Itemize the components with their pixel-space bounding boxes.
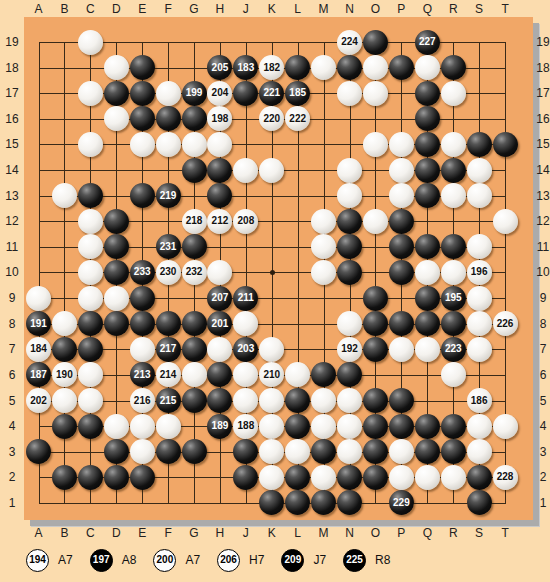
move-number-label: 229 [393,498,410,508]
white-stone-Q7[interactable] [415,337,440,362]
white-stone-P2[interactable] [389,465,414,490]
white-stone-K4[interactable] [259,414,284,439]
move-number-label: 182 [263,63,280,73]
black-stone-L1[interactable] [285,490,310,515]
white-stone-E7[interactable] [130,337,155,362]
black-stone-H9[interactable]: 207 [207,286,232,311]
column-label-bottom-D: D [112,526,121,540]
move-number-label: 219 [160,191,177,201]
black-stone-J7[interactable]: 203 [233,337,258,362]
white-stone-H10[interactable] [207,260,232,285]
column-label-top-B: B [60,2,68,16]
white-stone-N13[interactable] [337,183,362,208]
move-number-label: 188 [238,421,255,431]
black-stone-D3[interactable] [104,439,129,464]
white-stone-D9[interactable] [104,286,129,311]
white-stone-J14[interactable] [233,158,258,183]
white-stone-C19[interactable] [78,30,103,55]
white-stone-S13[interactable] [467,183,492,208]
white-stone-N17[interactable] [337,81,362,106]
white-stone-P14[interactable] [389,158,414,183]
row-label-right-9: 9 [540,291,547,305]
white-stone-G12[interactable]: 218 [182,209,207,234]
black-stone-Q4[interactable] [415,414,440,439]
black-stone-N10[interactable] [337,260,362,285]
black-stone-Q16[interactable] [415,106,440,131]
white-stone-C11[interactable] [78,234,103,259]
black-stone-P10[interactable] [389,260,414,285]
move-number-label: 226 [497,319,514,329]
white-stone-H16[interactable]: 198 [207,106,232,131]
white-stone-S14[interactable] [467,158,492,183]
white-stone-P13[interactable] [389,183,414,208]
white-stone-K2[interactable] [259,465,284,490]
move-number-label: 195 [445,293,462,303]
black-stone-H5[interactable] [207,388,232,413]
row-label-right-10: 10 [536,265,549,279]
white-stone-K7[interactable] [259,337,284,362]
white-stone-C5[interactable] [78,388,103,413]
black-stone-R9[interactable]: 195 [441,286,466,311]
black-stone-P5[interactable] [389,388,414,413]
black-stone-L4[interactable] [285,414,310,439]
column-label-bottom-G: G [189,526,198,540]
black-stone-D17[interactable] [104,81,129,106]
black-stone-C7[interactable] [78,337,103,362]
row-label-right-16: 16 [536,112,549,126]
white-stone-T8[interactable]: 226 [493,311,518,336]
row-label-right-11: 11 [537,240,549,254]
white-stone-H12[interactable]: 212 [207,209,232,234]
white-stone-N3[interactable] [337,439,362,464]
row-label-left-14: 14 [5,163,18,177]
white-stone-E4[interactable] [130,414,155,439]
move-number-label: 213 [134,370,151,380]
row-label-left-2: 2 [9,470,16,484]
white-stone-N4[interactable] [337,414,362,439]
white-stone-F6[interactable]: 214 [156,362,181,387]
black-stone-Q17[interactable] [415,81,440,106]
black-stone-F16[interactable] [156,106,181,131]
white-stone-Q18[interactable] [415,55,440,80]
column-label-top-K: K [268,2,276,16]
black-stone-O19[interactable] [363,30,388,55]
white-stone-H15[interactable] [207,132,232,157]
white-stone-L16[interactable]: 222 [285,106,310,131]
white-stone-N14[interactable] [337,158,362,183]
black-stone-S15[interactable] [467,132,492,157]
white-stone-J5[interactable] [233,388,258,413]
white-stone-L3[interactable] [285,439,310,464]
caption-move-225-circle: 225 [343,549,366,572]
column-label-top-C: C [86,2,95,16]
black-stone-F7[interactable]: 217 [156,337,181,362]
black-stone-A3[interactable] [26,439,51,464]
white-stone-S3[interactable] [467,439,492,464]
move-number-label: 227 [419,37,436,47]
row-label-left-17: 17 [5,86,18,100]
column-label-bottom-A: A [34,526,42,540]
black-stone-N18[interactable] [337,55,362,80]
white-stone-L6[interactable] [285,362,310,387]
row-label-right-13: 13 [536,189,549,203]
black-stone-O9[interactable] [363,286,388,311]
black-stone-R11[interactable] [441,234,466,259]
black-stone-O5[interactable] [363,388,388,413]
black-stone-H6[interactable] [207,362,232,387]
black-stone-F13[interactable]: 219 [156,183,181,208]
black-stone-J2[interactable] [233,465,258,490]
row-label-right-7: 7 [540,342,547,356]
black-stone-N12[interactable] [337,209,362,234]
white-stone-B5[interactable] [52,388,77,413]
black-stone-J9[interactable]: 211 [233,286,258,311]
move-number-label: 183 [238,63,255,73]
column-label-bottom-E: E [138,526,146,540]
white-stone-J12[interactable]: 208 [233,209,258,234]
black-stone-L2[interactable] [285,465,310,490]
black-stone-D10[interactable] [104,260,129,285]
row-label-right-14: 14 [536,163,549,177]
black-stone-B4[interactable] [52,414,77,439]
white-stone-C15[interactable] [78,132,103,157]
black-stone-Q13[interactable] [415,183,440,208]
black-stone-R7[interactable]: 223 [441,337,466,362]
black-stone-L5[interactable] [285,388,310,413]
white-stone-M11[interactable] [311,234,336,259]
black-stone-M6[interactable] [311,362,336,387]
black-stone-G8[interactable] [182,311,207,336]
black-stone-O2[interactable] [363,465,388,490]
white-stone-F15[interactable] [156,132,181,157]
white-stone-M10[interactable] [311,260,336,285]
black-stone-D11[interactable] [104,234,129,259]
white-stone-M4[interactable] [311,414,336,439]
white-stone-K18[interactable]: 182 [259,55,284,80]
black-stone-H8[interactable]: 201 [207,311,232,336]
black-stone-J17[interactable] [233,81,258,106]
white-stone-N7[interactable]: 192 [337,337,362,362]
black-stone-E2[interactable] [130,465,155,490]
white-stone-S7[interactable] [467,337,492,362]
move-number-label: 221 [263,88,280,98]
row-label-left-7: 7 [9,342,16,356]
black-stone-A6[interactable]: 187 [26,362,51,387]
black-stone-K17[interactable]: 221 [259,81,284,106]
white-stone-S8[interactable] [467,311,492,336]
black-stone-E6[interactable]: 213 [130,362,155,387]
black-stone-N1[interactable] [337,490,362,515]
caption-move-225-point: R8 [375,553,390,567]
move-number-label: 196 [471,267,488,277]
move-number-label: 208 [238,216,255,226]
black-stone-N11[interactable] [337,234,362,259]
black-stone-C4[interactable] [78,414,103,439]
move-number-label: 203 [238,344,255,354]
move-number-label: 186 [471,396,488,406]
black-stone-G16[interactable] [182,106,207,131]
black-stone-P11[interactable] [389,234,414,259]
row-label-right-19: 19 [536,35,549,49]
caption-move-209-point: J7 [313,553,326,567]
move-number-label: 220 [263,114,280,124]
white-stone-T2[interactable]: 228 [493,465,518,490]
column-label-bottom-R: R [449,526,458,540]
column-label-bottom-T: T [501,526,508,540]
white-stone-F17[interactable] [156,81,181,106]
move-number-label: 191 [30,319,47,329]
row-label-left-3: 3 [9,445,16,459]
black-stone-G17[interactable]: 199 [182,81,207,106]
black-stone-N6[interactable] [337,362,362,387]
white-stone-T4[interactable] [493,414,518,439]
white-stone-R13[interactable] [441,183,466,208]
black-stone-G11[interactable] [182,234,207,259]
black-stone-K1[interactable] [259,490,284,515]
black-stone-R8[interactable] [441,311,466,336]
black-stone-R3[interactable] [441,439,466,464]
white-stone-M5[interactable] [311,388,336,413]
white-stone-K16[interactable]: 220 [259,106,284,131]
white-stone-N5[interactable] [337,388,362,413]
column-label-top-N: N [345,2,354,16]
white-stone-H17[interactable]: 204 [207,81,232,106]
column-label-bottom-B: B [60,526,68,540]
black-stone-E16[interactable] [130,106,155,131]
white-stone-K6[interactable]: 210 [259,362,284,387]
black-stone-N2[interactable] [337,465,362,490]
white-stone-J8[interactable] [233,311,258,336]
move-number-label: 202 [30,396,47,406]
black-stone-F5[interactable]: 215 [156,388,181,413]
black-stone-L17[interactable]: 185 [285,81,310,106]
black-stone-Q19[interactable]: 227 [415,30,440,55]
white-stone-C9[interactable] [78,286,103,311]
move-number-label: 190 [56,370,73,380]
black-stone-E8[interactable] [130,311,155,336]
white-stone-G15[interactable] [182,132,207,157]
black-stone-S2[interactable] [467,465,492,490]
black-stone-G3[interactable] [182,439,207,464]
move-number-label: 214 [160,370,177,380]
white-stone-C17[interactable] [78,81,103,106]
white-stone-C6[interactable] [78,362,103,387]
column-label-top-H: H [216,2,225,16]
black-stone-Q8[interactable] [415,311,440,336]
white-stone-M18[interactable] [311,55,336,80]
white-stone-O15[interactable] [363,132,388,157]
white-stone-O18[interactable] [363,55,388,80]
white-stone-R10[interactable] [441,260,466,285]
black-stone-M3[interactable] [311,439,336,464]
white-stone-S11[interactable] [467,234,492,259]
black-stone-H18[interactable]: 205 [207,55,232,80]
black-stone-E9[interactable] [130,286,155,311]
black-stone-P12[interactable] [389,209,414,234]
black-stone-A8[interactable]: 191 [26,311,51,336]
white-stone-C12[interactable] [78,209,103,234]
row-label-right-2: 2 [540,470,547,484]
move-number-label: 210 [263,370,280,380]
black-stone-M1[interactable] [311,490,336,515]
white-stone-F4[interactable] [156,414,181,439]
caption-move-206-circle: 206 [217,549,240,572]
white-stone-R17[interactable] [441,81,466,106]
black-stone-H4[interactable]: 189 [207,414,232,439]
white-stone-N19[interactable]: 224 [337,30,362,55]
white-stone-K14[interactable] [259,158,284,183]
row-label-left-12: 12 [5,214,18,228]
white-stone-K5[interactable] [259,388,284,413]
black-stone-E18[interactable] [130,55,155,80]
white-stone-A5[interactable]: 202 [26,388,51,413]
black-stone-J18[interactable]: 183 [233,55,258,80]
black-stone-B2[interactable] [52,465,77,490]
row-label-left-19: 19 [5,35,18,49]
row-label-left-8: 8 [9,317,16,331]
white-stone-S5[interactable]: 186 [467,388,492,413]
black-stone-P18[interactable] [389,55,414,80]
black-stone-F11[interactable]: 231 [156,234,181,259]
white-stone-S9[interactable] [467,286,492,311]
column-label-bottom-M: M [319,526,329,540]
column-label-bottom-F: F [164,526,171,540]
black-stone-O8[interactable] [363,311,388,336]
column-label-bottom-S: S [475,526,483,540]
row-label-right-8: 8 [540,317,547,331]
black-stone-G5[interactable] [182,388,207,413]
black-stone-R4[interactable] [441,414,466,439]
black-stone-C13[interactable] [78,183,103,208]
black-stone-P1[interactable]: 229 [389,490,414,515]
white-stone-R15[interactable] [441,132,466,157]
white-stone-E5[interactable]: 216 [130,388,155,413]
black-stone-P4[interactable] [389,414,414,439]
white-stone-N8[interactable] [337,311,362,336]
column-label-top-A: A [34,2,42,16]
move-number-label: 198 [212,114,229,124]
move-number-label: 204 [212,88,229,98]
white-stone-T12[interactable] [493,209,518,234]
white-stone-R2[interactable] [441,465,466,490]
white-stone-C10[interactable] [78,260,103,285]
black-stone-D8[interactable] [104,311,129,336]
black-stone-T15[interactable] [493,132,518,157]
white-stone-A9[interactable] [26,286,51,311]
white-stone-Q2[interactable] [415,465,440,490]
black-stone-H13[interactable] [207,183,232,208]
black-stone-R18[interactable] [441,55,466,80]
star-point-K10 [270,270,275,275]
move-number-label: 232 [186,267,203,277]
black-stone-O4[interactable] [363,414,388,439]
black-stone-J3[interactable] [233,439,258,464]
row-label-left-6: 6 [9,368,16,382]
white-stone-R6[interactable] [441,362,466,387]
black-stone-S1[interactable] [467,490,492,515]
black-stone-O7[interactable] [363,337,388,362]
white-stone-P3[interactable] [389,439,414,464]
white-stone-D18[interactable] [104,55,129,80]
white-stone-E3[interactable] [130,439,155,464]
black-stone-R14[interactable] [441,158,466,183]
white-stone-J6[interactable] [233,362,258,387]
white-stone-P7[interactable] [389,337,414,362]
white-stone-O17[interactable] [363,81,388,106]
black-stone-Q3[interactable] [415,439,440,464]
caption-move-197-circle: 197 [90,549,113,572]
column-label-top-T: T [501,2,508,16]
row-label-right-1: 1 [540,496,547,510]
caption-row: 194A7197A8200A7206H7209J7225R8 [26,545,526,575]
caption-move-206-point: H7 [249,553,264,567]
move-number-label: 223 [445,344,462,354]
black-stone-B7[interactable] [52,337,77,362]
white-stone-E15[interactable] [130,132,155,157]
black-stone-E13[interactable] [130,183,155,208]
caption-move-200-point: A7 [185,553,200,567]
white-stone-S10[interactable]: 196 [467,260,492,285]
black-stone-O3[interactable] [363,439,388,464]
white-stone-G6[interactable] [182,362,207,387]
black-stone-Q11[interactable] [415,234,440,259]
white-stone-B13[interactable] [52,183,77,208]
black-stone-C2[interactable] [78,465,103,490]
white-stone-F10[interactable]: 230 [156,260,181,285]
column-label-bottom-K: K [268,526,276,540]
white-stone-A7[interactable]: 184 [26,337,51,362]
move-number-label: 224 [341,37,358,47]
black-stone-G7[interactable] [182,337,207,362]
black-stone-E17[interactable] [130,81,155,106]
black-stone-E10[interactable]: 233 [130,260,155,285]
row-label-left-13: 13 [5,189,18,203]
white-stone-D16[interactable] [104,106,129,131]
white-stone-B8[interactable] [52,311,77,336]
white-stone-O12[interactable] [363,209,388,234]
black-stone-G14[interactable] [182,158,207,183]
black-stone-Q14[interactable] [415,158,440,183]
black-stone-D2[interactable] [104,465,129,490]
white-stone-D4[interactable] [104,414,129,439]
white-stone-B6[interactable]: 190 [52,362,77,387]
white-stone-P15[interactable] [389,132,414,157]
move-number-label: 207 [212,293,229,303]
black-stone-D12[interactable] [104,209,129,234]
white-stone-J4[interactable]: 188 [233,414,258,439]
row-label-right-6: 6 [540,368,547,382]
black-stone-L18[interactable] [285,55,310,80]
white-stone-H7[interactable] [207,337,232,362]
column-label-bottom-O: O [371,526,380,540]
black-stone-P8[interactable] [389,311,414,336]
row-label-right-4: 4 [540,419,547,433]
white-stone-M12[interactable] [311,209,336,234]
black-stone-C8[interactable] [78,311,103,336]
white-stone-G10[interactable]: 232 [182,260,207,285]
white-stone-M2[interactable] [311,465,336,490]
black-stone-F8[interactable] [156,311,181,336]
white-stone-S4[interactable] [467,414,492,439]
move-number-label: 201 [212,319,229,329]
white-stone-K3[interactable] [259,439,284,464]
black-stone-H14[interactable] [207,158,232,183]
black-stone-F3[interactable] [156,439,181,464]
white-stone-Q10[interactable] [415,260,440,285]
black-stone-Q9[interactable] [415,286,440,311]
row-label-left-16: 16 [5,112,18,126]
black-stone-Q15[interactable] [415,132,440,157]
